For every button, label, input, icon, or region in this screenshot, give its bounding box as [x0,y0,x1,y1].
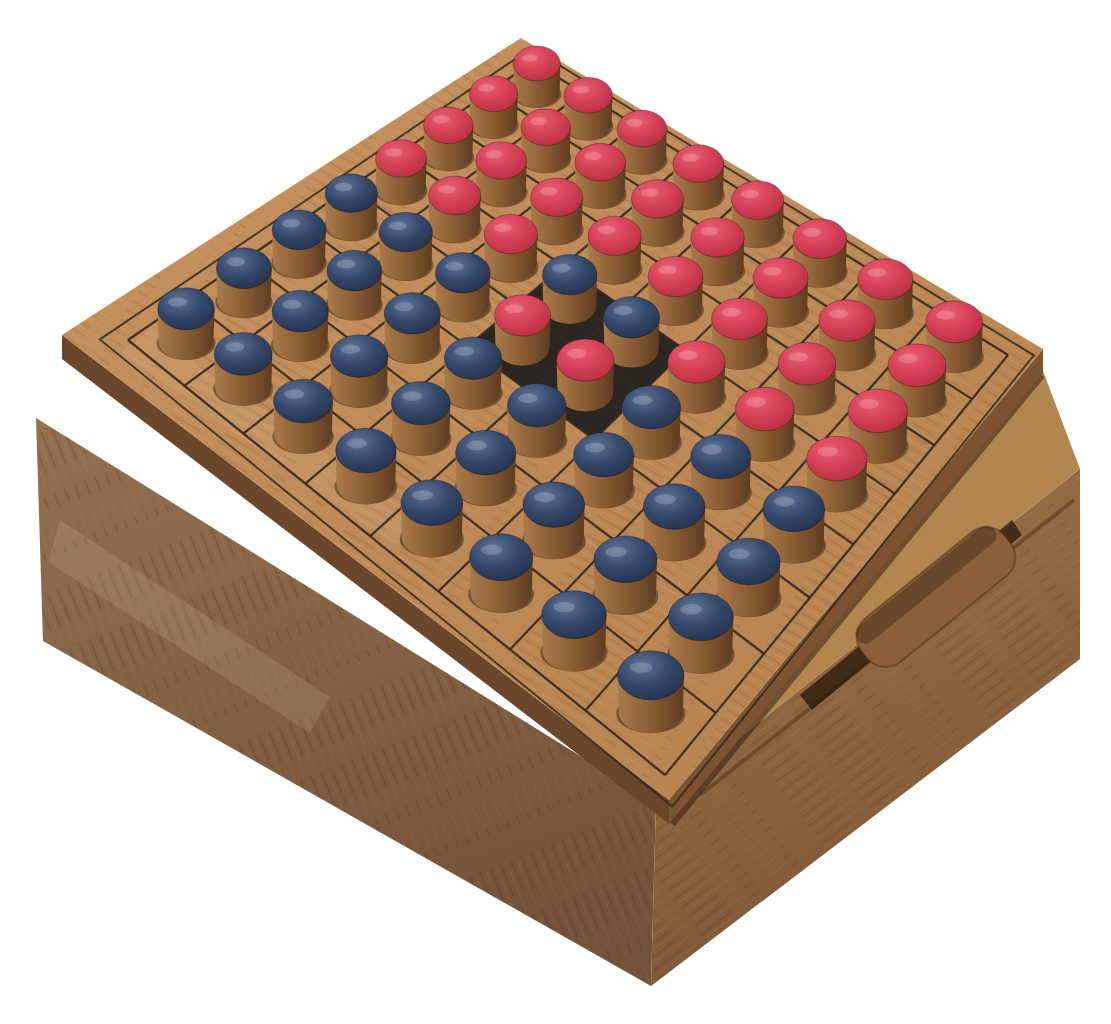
peg-blue-r7c1 [215,248,272,318]
peg-blue-r8c6 [468,534,534,613]
peg-blue-r7c4 [390,381,451,455]
peg-blue-r8c5 [400,480,464,558]
peg-blue-r6c2 [326,250,383,320]
peg-red-r4c1 [375,140,428,206]
peg-blue-r6c4 [443,337,503,410]
peg-blue-r8c3 [272,379,334,454]
peg-blue-r8c8 [616,651,685,734]
othello-product-photo: Othello (Reversi) — wooden travel peg bo… [0,0,1111,1024]
peg-blue-r6c5 [506,383,567,457]
peg-blue-r8c4 [334,428,397,504]
peg-blue-r7c3 [329,335,389,408]
peg-blue-r6c1 [271,210,327,279]
peg-blue-r7c6 [522,482,586,559]
peg-red-r4c2 [428,176,482,243]
peg-red-r1c2 [563,77,613,140]
peg-blue-r5c2 [378,212,434,281]
peg-red-r5c4 [493,295,551,366]
peg-red-r2c1 [469,76,519,139]
peg-red-r2c2 [520,109,571,173]
peg-blue-r7c2 [271,290,330,362]
peg-blue-r8c1 [157,288,216,360]
game-scene [0,0,1111,1024]
peg-red-r3c2 [475,142,528,208]
peg-blue-r7c5 [454,430,517,506]
peg-blue-r5c1 [324,174,378,241]
peg-blue-r6c3 [383,293,441,364]
peg-red-r1c1 [512,46,561,108]
peg-red-r4c3 [483,214,538,282]
peg-blue-r8c7 [540,591,607,672]
peg-red-r3c1 [423,107,475,171]
peg-blue-r8c2 [213,332,273,405]
photo-background: Othello (Reversi) — wooden travel peg bo… [0,0,1111,1024]
peg-blue-r5c3 [434,253,491,323]
